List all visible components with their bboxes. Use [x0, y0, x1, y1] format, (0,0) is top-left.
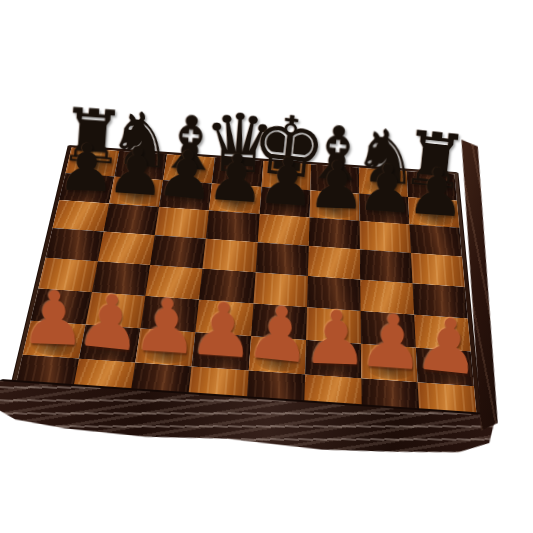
square-f2: ♟	[305, 340, 361, 378]
square-a8: ♜	[65, 148, 119, 177]
square-e8: ♚	[261, 161, 311, 190]
piece-shadow	[363, 175, 406, 196]
square-b5	[98, 232, 155, 265]
square-b4	[92, 261, 150, 296]
piece-shadow	[113, 184, 160, 205]
square-d4	[199, 268, 255, 303]
square-h3	[414, 315, 471, 352]
square-e4	[253, 272, 308, 307]
piece-shadow	[28, 330, 82, 357]
piece-shadow	[314, 172, 357, 193]
square-c2: ♟	[135, 328, 195, 366]
square-f5	[308, 246, 360, 279]
square-f7: ♟	[309, 190, 359, 221]
square-e2: ♟	[248, 336, 305, 374]
square-b2: ♟	[79, 324, 141, 362]
piece-shadow	[140, 338, 192, 365]
square-d3	[196, 300, 253, 336]
piece-shadow	[263, 195, 308, 217]
piece-shadow	[163, 188, 209, 210]
square-d7: ♟	[209, 183, 261, 214]
square-f6	[308, 217, 359, 249]
piece-shadow	[118, 158, 164, 179]
piece-shadow	[253, 346, 303, 373]
square-e5	[255, 242, 308, 275]
square-g4	[360, 279, 414, 314]
square-a4	[38, 257, 98, 292]
square-b3	[86, 292, 146, 328]
square-c4	[146, 265, 203, 300]
piece-shadow	[313, 198, 357, 220]
square-g2: ♟	[361, 344, 418, 383]
square-d6	[206, 210, 259, 242]
square-g6	[359, 221, 411, 253]
piece-shadow	[216, 165, 260, 186]
square-e6	[257, 214, 309, 246]
square-c5	[150, 235, 206, 268]
piece-shadow	[363, 201, 407, 223]
piece-shadow	[421, 357, 472, 384]
square-a3	[31, 288, 92, 324]
square-h7: ♟	[408, 197, 459, 228]
piece-shadow	[411, 178, 455, 199]
square-h2: ♟	[416, 348, 474, 387]
piece-shadow	[265, 168, 309, 189]
square-g3	[360, 311, 415, 348]
square-c7: ♟	[159, 180, 212, 210]
piece-shadow	[63, 181, 111, 202]
square-f4	[307, 276, 361, 311]
piece-shadow	[412, 205, 457, 227]
piece-shadow	[84, 334, 137, 361]
chess-board: ♜♞♝♛♚♝♞♜♟♟♟♟♟♟♟♟♟♟♟♟♟♟♟♟	[10, 146, 482, 426]
square-c3	[141, 296, 200, 332]
piece-shadow	[365, 354, 415, 381]
square-c6	[155, 207, 209, 239]
square-g5	[360, 250, 413, 284]
square-d5	[203, 239, 257, 272]
piece-shadow	[309, 350, 359, 377]
piece-shadow	[70, 155, 116, 176]
square-a6	[53, 200, 110, 232]
square-e7: ♟	[259, 187, 310, 218]
square-g8: ♞	[359, 168, 408, 198]
square-a7: ♟	[59, 173, 114, 203]
square-b8: ♞	[114, 151, 167, 180]
piece-shadow	[167, 162, 212, 183]
piece-shadow	[197, 342, 248, 369]
square-b6	[104, 204, 159, 236]
square-e3	[251, 303, 307, 340]
square-d2: ♟	[192, 332, 251, 370]
square-c8: ♝	[163, 154, 215, 183]
square-a2: ♟	[23, 321, 86, 359]
square-f3	[306, 307, 361, 344]
square-h6	[409, 224, 462, 256]
square-g7: ♟	[359, 194, 409, 225]
page-root: { "game": "chess", "scene": "overhead-an…	[0, 0, 533, 533]
piece-shadow	[213, 191, 258, 213]
square-b7: ♟	[109, 177, 163, 207]
board-scene: ♜♞♝♛♚♝♞♜♟♟♟♟♟♟♟♟♟♟♟♟♟♟♟♟	[0, 85, 524, 479]
square-h5	[411, 253, 465, 287]
square-d8: ♛	[212, 158, 263, 187]
square-f8: ♝	[310, 164, 359, 193]
square-h4	[412, 283, 467, 318]
square-h8: ♜	[407, 171, 457, 201]
square-a5	[46, 228, 104, 261]
